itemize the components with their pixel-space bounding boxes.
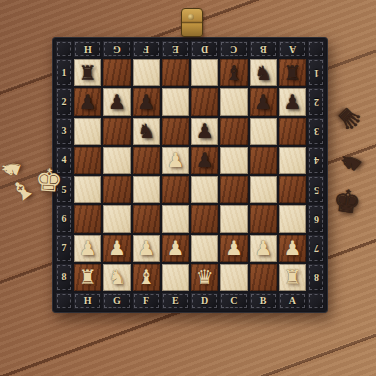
square-f1[interactable] (133, 59, 160, 86)
white-pawn-icon: ♟ (166, 150, 184, 170)
frame-label-text: B (260, 296, 267, 306)
file-label-top-f: F (133, 41, 160, 57)
frame-label-text: 5 (314, 185, 319, 195)
square-d1[interactable] (191, 59, 218, 86)
frame-label-text: E (172, 296, 179, 306)
frame-label-text: H (84, 44, 92, 54)
square-c5[interactable] (220, 176, 247, 203)
file-label-top-e: E (162, 41, 189, 57)
square-h6[interactable] (74, 205, 101, 232)
frame-label-text: F (143, 44, 149, 54)
captured-black-knight-icon: ♞ (335, 146, 367, 178)
square-g8[interactable]: ♞ (103, 264, 130, 291)
rank-label-right-1: 1 (308, 59, 324, 86)
rank-label-right-3: 3 (308, 118, 324, 145)
black-rook-icon: ♜ (79, 63, 97, 83)
square-a4[interactable] (279, 147, 306, 174)
black-pawn-icon: ♟ (254, 92, 272, 112)
frame-label-text: C (230, 44, 237, 54)
square-a5[interactable] (279, 176, 306, 203)
square-a6[interactable] (279, 205, 306, 232)
file-label-bottom-b: B (250, 293, 277, 309)
frame-corner (308, 293, 324, 309)
white-pawn-icon: ♟ (254, 238, 272, 258)
file-label-bottom-g: G (103, 293, 130, 309)
square-b5[interactable] (250, 176, 277, 203)
white-pawn-icon: ♟ (283, 238, 301, 258)
square-e1[interactable] (162, 59, 189, 86)
black-pawn-icon: ♟ (283, 92, 301, 112)
captured-black-king-icon: ♚ (331, 184, 363, 219)
file-label-bottom-e: E (162, 293, 189, 309)
black-knight-icon: ♞ (137, 121, 155, 141)
square-f8[interactable]: ♝ (133, 264, 160, 291)
file-label-top-b: B (250, 41, 277, 57)
frame-label-text: 2 (314, 97, 319, 107)
square-h3[interactable] (74, 118, 101, 145)
black-pawn-icon: ♟ (196, 121, 214, 141)
frame-corner (56, 293, 72, 309)
square-f3[interactable]: ♞ (133, 118, 160, 145)
white-pawn-icon: ♟ (225, 238, 243, 258)
frame-label-text: 7 (62, 243, 67, 253)
square-g2[interactable]: ♟ (103, 88, 130, 115)
square-b7[interactable]: ♟ (250, 235, 277, 262)
square-b1[interactable]: ♞ (250, 59, 277, 86)
frame-label-text: 2 (62, 97, 67, 107)
square-a3[interactable] (279, 118, 306, 145)
frame-label-text: 7 (314, 243, 319, 253)
frame-label-text: 6 (62, 214, 67, 224)
square-e4[interactable]: ♟ (162, 147, 189, 174)
file-label-bottom-c: C (220, 293, 247, 309)
square-c4[interactable] (220, 147, 247, 174)
frame-label-text: 6 (314, 214, 319, 224)
file-label-top-d: D (191, 41, 218, 57)
square-a8[interactable]: ♜ (279, 264, 306, 291)
rank-label-right-8: 8 (308, 264, 324, 291)
file-label-top-g: G (103, 41, 130, 57)
square-d2[interactable] (191, 88, 218, 115)
frame-label-text: 8 (314, 272, 319, 282)
square-c7[interactable]: ♟ (220, 235, 247, 262)
square-g6[interactable] (103, 205, 130, 232)
white-rook-icon: ♜ (283, 267, 301, 287)
square-b4[interactable] (250, 147, 277, 174)
black-bishop-icon: ♝ (225, 63, 243, 83)
captured-black-queen-icon: ♛ (331, 100, 367, 136)
square-f2[interactable]: ♟ (133, 88, 160, 115)
rank-label-right-2: 2 (308, 88, 324, 115)
white-knight-icon: ♞ (108, 267, 126, 287)
white-rook-icon: ♜ (79, 267, 97, 287)
square-h5[interactable] (74, 176, 101, 203)
file-label-top-a: A (279, 41, 306, 57)
white-pawn-icon: ♟ (79, 238, 97, 258)
frame-label-text: D (201, 44, 208, 54)
square-d6[interactable] (191, 205, 218, 232)
frame-label-text: C (230, 296, 237, 306)
square-c6[interactable] (220, 205, 247, 232)
rank-label-left-3: 3 (56, 118, 72, 145)
rank-label-left-6: 6 (56, 205, 72, 232)
square-g4[interactable] (103, 147, 130, 174)
rank-label-right-4: 4 (308, 147, 324, 174)
file-label-bottom-a: A (279, 293, 306, 309)
white-pawn-icon: ♟ (137, 238, 155, 258)
square-h1[interactable]: ♜ (74, 59, 101, 86)
square-g5[interactable] (103, 176, 130, 203)
square-f5[interactable] (133, 176, 160, 203)
white-bishop-icon: ♝ (137, 267, 155, 287)
square-b3[interactable] (250, 118, 277, 145)
rank-label-left-7: 7 (56, 235, 72, 262)
captured-white-king-icon: ♚ (34, 164, 64, 197)
square-f7[interactable]: ♟ (133, 235, 160, 262)
square-d4[interactable]: ♟ (191, 147, 218, 174)
frame-label-text: 1 (314, 68, 319, 78)
frame-label-text: G (113, 296, 121, 306)
rank-label-left-8: 8 (56, 264, 72, 291)
black-pawn-icon: ♟ (137, 92, 155, 112)
black-pawn-icon: ♟ (108, 92, 126, 112)
rank-label-right-6: 6 (308, 205, 324, 232)
square-h7[interactable]: ♟ (74, 235, 101, 262)
square-g7[interactable]: ♟ (103, 235, 130, 262)
square-a2[interactable]: ♟ (279, 88, 306, 115)
black-pawn-icon: ♟ (196, 150, 214, 170)
black-rook-icon: ♜ (283, 63, 301, 83)
board-grid: HGFEDCBA1♜♝♞♜12♟♟♟♟♟23♞♟34♟♟455667♟♟♟♟♟♟… (54, 39, 326, 311)
frame-label-text: 3 (314, 126, 319, 136)
frame-label-text: 1 (62, 68, 67, 78)
frame-label-text: F (143, 296, 149, 306)
square-h2[interactable]: ♟ (74, 88, 101, 115)
file-label-bottom-h: H (74, 293, 101, 309)
rank-label-right-5: 5 (308, 176, 324, 203)
white-pawn-icon: ♟ (166, 238, 184, 258)
frame-label-text: 3 (62, 126, 67, 136)
frame-corner (56, 41, 72, 57)
square-f4[interactable] (133, 147, 160, 174)
square-e2[interactable] (162, 88, 189, 115)
frame-label-text: A (289, 44, 296, 54)
square-d8[interactable]: ♛ (191, 264, 218, 291)
frame-label-text: 4 (314, 155, 319, 165)
square-e5[interactable] (162, 176, 189, 203)
file-label-top-h: H (74, 41, 101, 57)
square-e8[interactable] (162, 264, 189, 291)
square-d3[interactable]: ♟ (191, 118, 218, 145)
square-f6[interactable] (133, 205, 160, 232)
square-c3[interactable] (220, 118, 247, 145)
square-c2[interactable] (220, 88, 247, 115)
white-pawn-icon: ♟ (108, 238, 126, 258)
rank-label-right-7: 7 (308, 235, 324, 262)
square-d7[interactable] (191, 235, 218, 262)
brass-clasp-icon (181, 8, 203, 37)
square-b6[interactable] (250, 205, 277, 232)
chess-board: HGFEDCBA1♜♝♞♜12♟♟♟♟♟23♞♟34♟♟455667♟♟♟♟♟♟… (52, 37, 328, 313)
file-label-bottom-d: D (191, 293, 218, 309)
square-b2[interactable]: ♟ (250, 88, 277, 115)
black-knight-icon: ♞ (254, 63, 272, 83)
square-e6[interactable] (162, 205, 189, 232)
square-h8[interactable]: ♜ (74, 264, 101, 291)
frame-label-text: E (172, 44, 179, 54)
file-label-top-c: C (220, 41, 247, 57)
frame-label-text: 8 (62, 272, 67, 282)
file-label-bottom-f: F (133, 293, 160, 309)
square-e3[interactable] (162, 118, 189, 145)
square-e7[interactable]: ♟ (162, 235, 189, 262)
rank-label-left-1: 1 (56, 59, 72, 86)
square-b8[interactable] (250, 264, 277, 291)
square-g1[interactable] (103, 59, 130, 86)
frame-label-text: A (289, 296, 296, 306)
black-pawn-icon: ♟ (79, 92, 97, 112)
square-c8[interactable] (220, 264, 247, 291)
frame-label-text: H (84, 296, 92, 306)
frame-label-text: B (260, 44, 267, 54)
frame-label-text: G (113, 44, 121, 54)
rank-label-left-2: 2 (56, 88, 72, 115)
square-g3[interactable] (103, 118, 130, 145)
square-h4[interactable] (74, 147, 101, 174)
square-d5[interactable] (191, 176, 218, 203)
frame-label-text: D (201, 296, 208, 306)
square-a1[interactable]: ♜ (279, 59, 306, 86)
square-c1[interactable]: ♝ (220, 59, 247, 86)
white-queen-icon: ♛ (196, 267, 214, 287)
square-a7[interactable]: ♟ (279, 235, 306, 262)
frame-corner (308, 41, 324, 57)
